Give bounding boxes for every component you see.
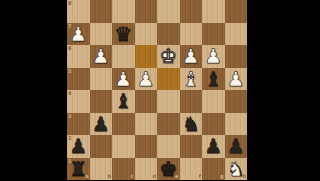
white-pawn-piece[interactable]: ♟ <box>180 45 203 68</box>
square-g5[interactable]: ♝ <box>202 68 225 91</box>
square-h1[interactable]: ♞h <box>225 158 248 181</box>
rank-label-2: 2 <box>68 136 71 141</box>
square-d6[interactable] <box>135 45 158 68</box>
square-d4[interactable] <box>135 90 158 113</box>
square-e6[interactable]: ♚ <box>157 45 180 68</box>
file-label-a: a <box>85 174 88 179</box>
square-b2[interactable] <box>90 135 113 158</box>
white-pawn-piece[interactable]: ♟ <box>135 68 158 91</box>
square-a7[interactable]: ♟7 <box>67 23 90 46</box>
square-e2[interactable] <box>157 135 180 158</box>
rank-label-3: 3 <box>68 114 71 119</box>
white-pawn-piece[interactable]: ♟ <box>225 68 248 91</box>
file-label-c: c <box>131 174 134 179</box>
square-b3[interactable]: ♟ <box>90 113 113 136</box>
square-f7[interactable] <box>180 23 203 46</box>
file-label-d: d <box>152 174 156 179</box>
square-f3[interactable]: ♞ <box>180 113 203 136</box>
square-d7[interactable] <box>135 23 158 46</box>
square-g3[interactable] <box>202 113 225 136</box>
square-c6[interactable] <box>112 45 135 68</box>
rank-label-6: 6 <box>68 46 71 51</box>
file-label-g: g <box>220 174 224 179</box>
rank-label-1: 1 <box>68 159 71 164</box>
square-h8[interactable] <box>225 0 248 23</box>
square-b8[interactable] <box>90 0 113 23</box>
square-h7[interactable] <box>225 23 248 46</box>
square-a2[interactable]: ♟2 <box>67 135 90 158</box>
square-f6[interactable]: ♟ <box>180 45 203 68</box>
square-h3[interactable] <box>225 113 248 136</box>
square-g7[interactable] <box>202 23 225 46</box>
square-b1[interactable]: b <box>90 158 113 181</box>
square-h2[interactable]: ♟ <box>225 135 248 158</box>
white-pawn-piece[interactable]: ♟ <box>112 68 135 91</box>
white-bishop-piece[interactable]: ♝ <box>180 68 203 91</box>
square-a3[interactable]: 3 <box>67 113 90 136</box>
square-a8[interactable]: 8 <box>67 0 90 23</box>
square-d5[interactable]: ♟ <box>135 68 158 91</box>
square-c5[interactable]: ♟ <box>112 68 135 91</box>
square-b5[interactable] <box>90 68 113 91</box>
square-g6[interactable]: ♟ <box>202 45 225 68</box>
square-c1[interactable]: c <box>112 158 135 181</box>
black-pawn-piece[interactable]: ♟ <box>90 113 113 136</box>
square-c4[interactable]: ♝ <box>112 90 135 113</box>
square-a1[interactable]: ♜1a <box>67 158 90 181</box>
black-knight-piece[interactable]: ♞ <box>180 113 203 136</box>
chess-board: 8♟7♛6♟♚♟♟5♟♟♝♝♟4♝3♟♞♟2♟♟♜1abcd♚efg♞h <box>67 0 247 180</box>
file-label-b: b <box>107 174 111 179</box>
square-e4[interactable] <box>157 90 180 113</box>
square-f2[interactable] <box>180 135 203 158</box>
square-e7[interactable] <box>157 23 180 46</box>
square-c2[interactable] <box>112 135 135 158</box>
square-d8[interactable] <box>135 0 158 23</box>
white-king-piece[interactable]: ♚ <box>157 45 180 68</box>
file-label-f: f <box>199 174 201 179</box>
black-pawn-piece[interactable]: ♟ <box>202 135 225 158</box>
rank-label-8: 8 <box>68 1 71 6</box>
square-h4[interactable] <box>225 90 248 113</box>
square-g2[interactable]: ♟ <box>202 135 225 158</box>
file-label-e: e <box>175 174 178 179</box>
square-g1[interactable]: g <box>202 158 225 181</box>
black-pawn-piece[interactable]: ♟ <box>225 135 248 158</box>
square-g8[interactable] <box>202 0 225 23</box>
square-e5[interactable] <box>157 68 180 91</box>
rank-label-7: 7 <box>68 24 71 29</box>
square-h6[interactable] <box>225 45 248 68</box>
square-f1[interactable]: f <box>180 158 203 181</box>
rank-label-5: 5 <box>68 69 71 74</box>
square-c7[interactable]: ♛ <box>112 23 135 46</box>
square-a6[interactable]: 6 <box>67 45 90 68</box>
square-b6[interactable]: ♟ <box>90 45 113 68</box>
square-d3[interactable] <box>135 113 158 136</box>
square-e3[interactable] <box>157 113 180 136</box>
square-f4[interactable] <box>180 90 203 113</box>
square-c8[interactable] <box>112 0 135 23</box>
black-queen-piece[interactable]: ♛ <box>112 23 135 46</box>
square-e8[interactable] <box>157 0 180 23</box>
square-h5[interactable]: ♟ <box>225 68 248 91</box>
square-d1[interactable]: d <box>135 158 158 181</box>
square-f8[interactable] <box>180 0 203 23</box>
rank-label-4: 4 <box>68 91 71 96</box>
square-f5[interactable]: ♝ <box>180 68 203 91</box>
black-bishop-piece[interactable]: ♝ <box>202 68 225 91</box>
file-label-h: h <box>242 174 246 179</box>
square-e1[interactable]: ♚e <box>157 158 180 181</box>
square-c3[interactable] <box>112 113 135 136</box>
black-bishop-piece[interactable]: ♝ <box>112 90 135 113</box>
white-pawn-piece[interactable]: ♟ <box>90 45 113 68</box>
square-b7[interactable] <box>90 23 113 46</box>
square-b4[interactable] <box>90 90 113 113</box>
white-pawn-piece[interactable]: ♟ <box>202 45 225 68</box>
screenshot-canvas: 8♟7♛6♟♚♟♟5♟♟♝♝♟4♝3♟♞♟2♟♟♜1abcd♚efg♞h <box>0 0 320 180</box>
square-g4[interactable] <box>202 90 225 113</box>
square-a4[interactable]: 4 <box>67 90 90 113</box>
square-d2[interactable] <box>135 135 158 158</box>
square-a5[interactable]: 5 <box>67 68 90 91</box>
